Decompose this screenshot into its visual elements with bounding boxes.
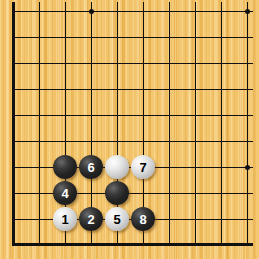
move-number-label: 8 <box>139 213 146 226</box>
move-number-label: 5 <box>113 213 120 226</box>
stone-black-F2[interactable]: 8 <box>131 207 155 231</box>
stones-layer: 6741258 <box>0 0 259 258</box>
move-number-label: 7 <box>139 161 146 174</box>
stone-white-F4[interactable]: 7 <box>131 155 155 179</box>
stone-black-C3[interactable]: 4 <box>53 181 77 205</box>
stone-black-D2[interactable]: 2 <box>79 207 103 231</box>
move-number-label: 4 <box>61 187 68 200</box>
move-number-label: 6 <box>87 161 94 174</box>
go-board[interactable]: 6741258 <box>0 0 259 259</box>
stone-white-E4[interactable] <box>105 155 129 179</box>
stone-white-C2[interactable]: 1 <box>53 207 77 231</box>
stone-black-C4[interactable] <box>53 155 77 179</box>
stone-black-D4[interactable]: 6 <box>79 155 103 179</box>
stone-black-E3[interactable] <box>105 181 129 205</box>
move-number-label: 1 <box>61 213 68 226</box>
move-number-label: 2 <box>87 213 94 226</box>
stone-white-E2[interactable]: 5 <box>105 207 129 231</box>
